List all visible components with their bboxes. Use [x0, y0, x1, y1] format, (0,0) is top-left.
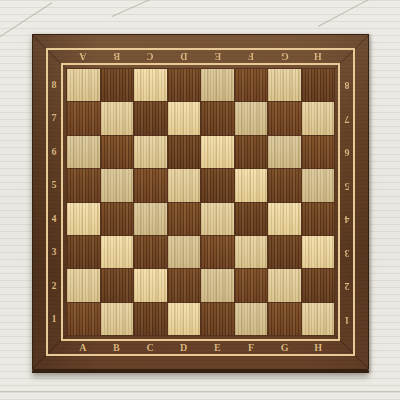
- square-a5[interactable]: [67, 169, 100, 201]
- square-f8[interactable]: [235, 69, 268, 101]
- square-f5[interactable]: [235, 169, 268, 201]
- square-g8[interactable]: [268, 69, 301, 101]
- frame-miter-joint: [32, 35, 66, 69]
- square-c7[interactable]: [134, 102, 167, 134]
- square-h2[interactable]: [302, 269, 335, 301]
- rank-label-4: 4: [340, 202, 354, 236]
- square-a3[interactable]: [67, 236, 100, 268]
- square-g6[interactable]: [268, 136, 301, 168]
- square-b6[interactable]: [101, 136, 134, 168]
- square-a7[interactable]: [67, 102, 100, 134]
- square-e4[interactable]: [201, 203, 234, 235]
- file-label-d: D: [167, 341, 201, 355]
- square-g3[interactable]: [268, 236, 301, 268]
- square-f3[interactable]: [235, 236, 268, 268]
- table-plank-seam: [0, 391, 400, 392]
- table-scratch: [318, 0, 389, 27]
- square-h7[interactable]: [302, 102, 335, 134]
- square-c3[interactable]: [134, 236, 167, 268]
- square-g4[interactable]: [268, 203, 301, 235]
- square-e1[interactable]: [201, 303, 234, 335]
- square-h4[interactable]: [302, 203, 335, 235]
- square-a1[interactable]: [67, 303, 100, 335]
- rank-labels-right: 87654321: [340, 68, 354, 336]
- square-d4[interactable]: [168, 203, 201, 235]
- square-c4[interactable]: [134, 203, 167, 235]
- square-d8[interactable]: [168, 69, 201, 101]
- square-e2[interactable]: [201, 269, 234, 301]
- board-squares: [66, 68, 335, 336]
- square-b1[interactable]: [101, 303, 134, 335]
- rank-label-6: 6: [340, 135, 354, 169]
- square-b2[interactable]: [101, 269, 134, 301]
- square-h1[interactable]: [302, 303, 335, 335]
- square-d3[interactable]: [168, 236, 201, 268]
- square-h8[interactable]: [302, 69, 335, 101]
- square-f4[interactable]: [235, 203, 268, 235]
- file-label-f: F: [234, 49, 268, 63]
- square-b4[interactable]: [101, 203, 134, 235]
- square-h3[interactable]: [302, 236, 335, 268]
- square-f1[interactable]: [235, 303, 268, 335]
- rank-label-5: 5: [47, 169, 61, 203]
- rank-label-8: 8: [340, 68, 354, 102]
- square-e8[interactable]: [201, 69, 234, 101]
- rank-label-1: 1: [47, 303, 61, 337]
- square-b8[interactable]: [101, 69, 134, 101]
- square-e6[interactable]: [201, 136, 234, 168]
- square-c5[interactable]: [134, 169, 167, 201]
- frame-miter-joint: [335, 335, 369, 369]
- file-label-f: F: [234, 341, 268, 355]
- square-d2[interactable]: [168, 269, 201, 301]
- square-c2[interactable]: [134, 269, 167, 301]
- square-d5[interactable]: [168, 169, 201, 201]
- file-label-c: C: [133, 49, 167, 63]
- file-label-b: B: [100, 341, 134, 355]
- square-e3[interactable]: [201, 236, 234, 268]
- file-label-c: C: [133, 341, 167, 355]
- frame-miter-joint: [335, 35, 369, 69]
- rank-label-6: 6: [47, 135, 61, 169]
- square-h6[interactable]: [302, 136, 335, 168]
- table-scratch: [0, 2, 52, 37]
- rank-labels-left: 87654321: [47, 68, 61, 336]
- square-g2[interactable]: [268, 269, 301, 301]
- file-label-e: E: [201, 49, 235, 63]
- square-b5[interactable]: [101, 169, 134, 201]
- square-g1[interactable]: [268, 303, 301, 335]
- rank-label-7: 7: [47, 102, 61, 136]
- square-e7[interactable]: [201, 102, 234, 134]
- square-d7[interactable]: [168, 102, 201, 134]
- rank-label-3: 3: [47, 236, 61, 270]
- rank-label-2: 2: [47, 269, 61, 303]
- file-label-h: H: [301, 341, 335, 355]
- square-c8[interactable]: [134, 69, 167, 101]
- square-c6[interactable]: [134, 136, 167, 168]
- rank-label-7: 7: [340, 102, 354, 136]
- square-h5[interactable]: [302, 169, 335, 201]
- rank-label-5: 5: [340, 169, 354, 203]
- square-d1[interactable]: [168, 303, 201, 335]
- frame-miter-joint: [32, 335, 66, 369]
- square-g5[interactable]: [268, 169, 301, 201]
- file-label-a: A: [66, 49, 100, 63]
- file-label-b: B: [100, 49, 134, 63]
- file-labels-bottom: ABCDEFGH: [66, 341, 335, 355]
- file-label-g: G: [268, 49, 302, 63]
- square-d6[interactable]: [168, 136, 201, 168]
- rank-label-8: 8: [47, 68, 61, 102]
- square-f6[interactable]: [235, 136, 268, 168]
- square-a2[interactable]: [67, 269, 100, 301]
- square-f7[interactable]: [235, 102, 268, 134]
- table-scratch: [112, 0, 180, 17]
- square-g7[interactable]: [268, 102, 301, 134]
- file-label-g: G: [268, 341, 302, 355]
- file-labels-top: ABCDEFGH: [66, 49, 335, 63]
- file-label-e: E: [201, 341, 235, 355]
- square-c1[interactable]: [134, 303, 167, 335]
- rank-label-3: 3: [340, 236, 354, 270]
- file-label-a: A: [66, 341, 100, 355]
- rank-label-4: 4: [47, 202, 61, 236]
- square-e5[interactable]: [201, 169, 234, 201]
- square-a6[interactable]: [67, 136, 100, 168]
- square-f2[interactable]: [235, 269, 268, 301]
- square-a4[interactable]: [67, 203, 100, 235]
- square-b3[interactable]: [101, 236, 134, 268]
- rank-label-2: 2: [340, 269, 354, 303]
- file-label-d: D: [167, 49, 201, 63]
- square-a8[interactable]: [67, 69, 100, 101]
- chess-board: ABCDEFGH ABCDEFGH 87654321 87654321: [32, 34, 369, 373]
- rank-label-1: 1: [340, 303, 354, 337]
- square-b7[interactable]: [101, 102, 134, 134]
- file-label-h: H: [301, 49, 335, 63]
